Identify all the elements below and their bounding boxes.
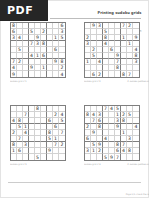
sudoku-grid-2: 937252819341264598147386287 [84,22,140,78]
pdf-preview-page: PDF Printing sudoku grids http://www.sud… [0,0,149,198]
grid-1-caption-left: sudoku grid n°1 [10,80,27,82]
grid-2-caption-left: sudoku grid n°2 [84,80,101,82]
sudoku-grid-4: 74584312576382894916435987312648597 [84,105,140,161]
footer-text: Page 1/1: check the answers and find oth… [126,193,149,195]
sudoku-grid-1: 86652334915738564167298491294 [10,22,66,78]
grid-3-caption: sudoku grid n°3 © sudoku-puzzles-online [10,163,66,168]
grid-4-caption: sudoku grid n°4 © sudoku-puzzles-online [84,163,140,168]
grid-2-caption: sudoku grid n°2 © sudoku-puzzles-online [84,80,140,85]
grid-1-caption: sudoku grid n°1 © sudoku-puzzles-online [10,80,66,85]
sudoku-grid-3: 87244865516248775183721695 [10,105,66,161]
sudoku-cell-r9c9: 4 [59,71,65,77]
grid-3-caption-left: sudoku grid n°3 [10,163,27,165]
grid-4-caption-left: sudoku grid n°4 [84,163,101,165]
header-divider [50,18,141,19]
page-title: Printing sudoku grids [97,11,141,15]
sudoku-cell-r9c9 [133,154,139,160]
footer-divider [8,182,141,183]
sudoku-cell-r9c9 [133,71,139,77]
page-footer: Page 1/1: check the answers and find oth… [0,184,149,198]
sudoku-cell-r9c9 [59,154,65,160]
